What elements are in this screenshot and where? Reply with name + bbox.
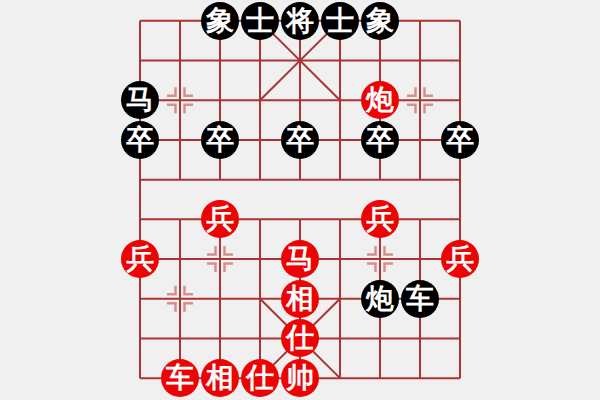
piece-red-pawn[interactable]: 兵 (121, 240, 159, 278)
piece-black-pawn[interactable]: 卒 (361, 121, 399, 159)
piece-red-pawn[interactable]: 兵 (441, 240, 479, 278)
piece-black-advisor[interactable]: 士 (241, 2, 279, 40)
piece-red-advisor[interactable]: 仕 (241, 359, 279, 397)
piece-red-cannon[interactable]: 炮 (361, 81, 399, 119)
piece-red-elephant[interactable]: 相 (201, 359, 239, 397)
piece-black-pawn[interactable]: 卒 (281, 121, 319, 159)
piece-red-pawn[interactable]: 兵 (201, 200, 239, 238)
piece-black-elephant[interactable]: 象 (201, 2, 239, 40)
piece-red-horse[interactable]: 马 (281, 240, 319, 278)
piece-black-horse[interactable]: 马 (121, 81, 159, 119)
piece-red-king[interactable]: 帅 (281, 359, 319, 397)
piece-red-elephant[interactable]: 相 (281, 280, 319, 318)
xiangqi-screenshot: 象士将士象马炮卒卒卒卒卒兵兵兵马兵相炮车仕车相仕帅 (0, 0, 600, 400)
pieces-layer: 象士将士象马炮卒卒卒卒卒兵兵兵马兵相炮车仕车相仕帅 (120, 1, 480, 398)
piece-black-king[interactable]: 将 (281, 2, 319, 40)
piece-black-pawn[interactable]: 卒 (201, 121, 239, 159)
piece-red-advisor[interactable]: 仕 (281, 319, 319, 357)
piece-black-pawn[interactable]: 卒 (121, 121, 159, 159)
piece-black-elephant[interactable]: 象 (361, 2, 399, 40)
piece-red-pawn[interactable]: 兵 (361, 200, 399, 238)
piece-black-pawn[interactable]: 卒 (441, 121, 479, 159)
piece-red-rook[interactable]: 车 (161, 359, 199, 397)
xiangqi-board: 象士将士象马炮卒卒卒卒卒兵兵兵马兵相炮车仕车相仕帅 (120, 1, 480, 398)
piece-black-advisor[interactable]: 士 (321, 2, 359, 40)
piece-black-rook[interactable]: 车 (401, 280, 439, 318)
piece-black-cannon[interactable]: 炮 (361, 280, 399, 318)
